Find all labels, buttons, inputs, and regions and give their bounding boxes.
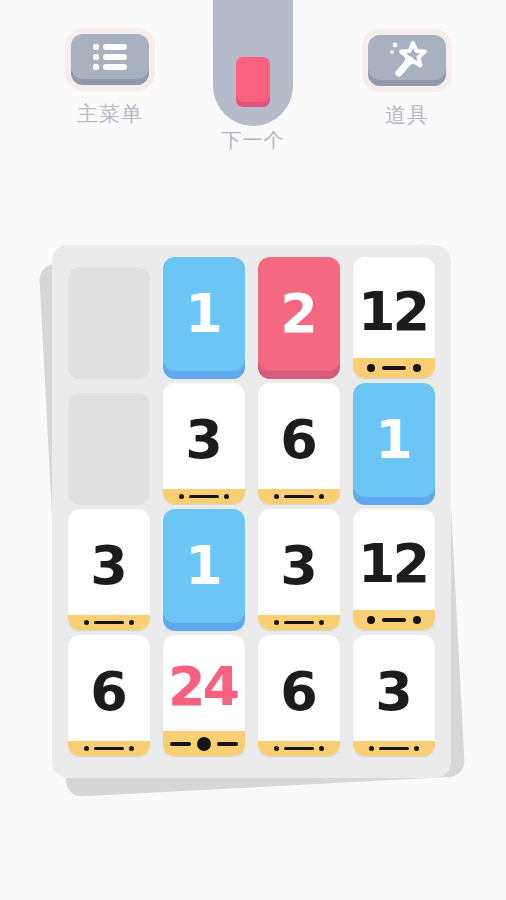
tile-value: 3 [280,539,318,593]
items-button-halo [362,29,452,92]
eye-dot [274,746,279,751]
next-tile-tube [213,0,293,126]
tile-value: 3 [90,539,128,593]
tile-r2c1[interactable]: 1 [163,509,245,623]
tile-face-open-mouth [163,731,245,756]
tile-value: 6 [280,413,318,467]
eye-dot [84,746,89,751]
next-label: 下一个 [203,127,303,154]
eye-dot [179,494,184,499]
board-slot-r2c3: 12 [353,519,435,631]
closed-eye-line [170,742,191,746]
tile-value: 1 [375,413,413,467]
board-slot-r2c0: 3 [68,519,150,631]
board-slot-r1c1: 3 [163,393,245,505]
tile-face-small-eyes [258,489,340,504]
tile-value: 12 [358,285,427,339]
mouth-line [284,621,314,624]
tile-face-small-eyes [68,615,150,630]
board-slot-r0c2: 2 [258,267,340,379]
mouth-line [94,621,124,624]
tile-value: 6 [280,665,318,719]
board-slot-r1c0 [68,393,150,505]
board-slot-r1c3: 1 [353,393,435,505]
tile-face-small-eyes [163,489,245,504]
eye-dot [274,620,279,625]
tile-value: 24 [168,660,237,714]
tile-face-big-eyes [353,610,435,630]
tile-value: 2 [280,287,318,341]
eye-dot [413,364,421,372]
tile-value: 12 [358,537,427,591]
tile-value: 3 [375,665,413,719]
tile-value: 1 [185,287,223,341]
board-slot-r0c3: 12 [353,267,435,379]
tile-value: 1 [185,539,223,593]
tile-r0c3[interactable]: 12 [353,257,435,378]
eye-dot [129,620,134,625]
eye-dot [274,494,279,499]
eye-dot [319,494,324,499]
board-slot-r3c3: 3 [353,645,435,757]
tile-face-small-eyes [353,741,435,756]
tile-value: 3 [185,413,223,467]
board-slot-r1c2: 6 [258,393,340,505]
mouth-line [284,747,314,750]
closed-eye-line [217,742,238,746]
tile-r2c3[interactable]: 12 [353,509,435,630]
tile-r3c3[interactable]: 3 [353,635,435,756]
items-label: 道具 [361,101,453,129]
game-board[interactable]: 12123613131262463 [52,245,451,778]
next-tile-card [236,57,270,102]
eye-dot [369,746,374,751]
tile-r2c2[interactable]: 3 [258,509,340,630]
board-slot-r0c0 [68,267,150,379]
mouth-line [189,495,219,498]
board-slot-r2c2: 3 [258,519,340,631]
tile-r1c3[interactable]: 1 [353,383,435,497]
tile-r1c1[interactable]: 3 [163,383,245,504]
tile-face-small-eyes [258,741,340,756]
main-menu-button[interactable] [71,34,149,79]
eye-dot [367,616,375,624]
board-slot-r2c1: 1 [163,519,245,631]
tile-face-small-eyes [68,741,150,756]
board-slot-r3c1: 24 [163,645,245,757]
mouth-line [94,747,124,750]
eye-dot [319,620,324,625]
main-menu-button-halo [65,28,155,91]
eye-dot [84,620,89,625]
tile-r2c0[interactable]: 3 [68,509,150,630]
board-slot-r0c1: 1 [163,267,245,379]
mouth-line [382,618,406,622]
eye-dot [224,494,229,499]
tile-r3c0[interactable]: 6 [68,635,150,756]
mouth-line [382,366,406,370]
eye-dot [414,746,419,751]
mouth-line [284,495,314,498]
eye-dot [413,616,421,624]
tile-r0c2[interactable]: 2 [258,257,340,371]
mouth-line [379,747,409,750]
tile-r3c1[interactable]: 24 [163,635,245,756]
items-button[interactable] [368,35,446,80]
magic-wand-icon [386,38,428,78]
main-menu-label: 主菜单 [64,100,156,128]
tile-value: 6 [90,665,128,719]
threes-game-screen: 下一个 主菜单 道具 [0,0,506,900]
tile-face-big-eyes [353,358,435,378]
eye-dot [319,746,324,751]
tile-face-small-eyes [258,615,340,630]
menu-list-icon [93,44,127,70]
open-mouth-dot [197,737,211,751]
eye-dot [367,364,375,372]
board-slot-r3c2: 6 [258,645,340,757]
board-slot-r3c0: 6 [68,645,150,757]
tile-r1c2[interactable]: 6 [258,383,340,504]
tile-r0c1[interactable]: 1 [163,257,245,371]
eye-dot [129,746,134,751]
tile-r3c2[interactable]: 6 [258,635,340,756]
